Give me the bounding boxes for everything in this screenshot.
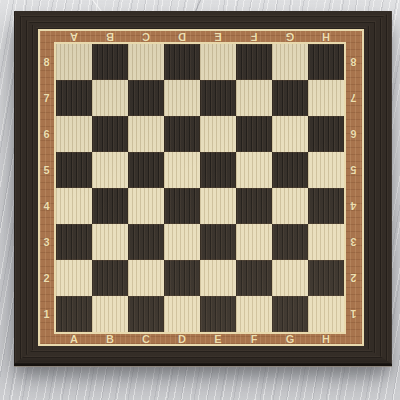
square-e5 bbox=[200, 152, 236, 188]
square-c3 bbox=[128, 224, 164, 260]
rank-label-6: 6 bbox=[345, 116, 362, 152]
square-f3 bbox=[236, 224, 272, 260]
square-g1 bbox=[272, 296, 308, 332]
file-label-g: G bbox=[272, 333, 308, 346]
square-e6 bbox=[200, 116, 236, 152]
file-label-d: D bbox=[164, 333, 200, 346]
square-f7 bbox=[236, 80, 272, 116]
square-b7 bbox=[92, 80, 128, 116]
board-frame-top-rail bbox=[14, 11, 392, 29]
file-label-f: F bbox=[236, 333, 272, 346]
square-b8 bbox=[92, 44, 128, 80]
square-d2 bbox=[164, 260, 200, 296]
square-c1 bbox=[128, 296, 164, 332]
square-f4 bbox=[236, 188, 272, 224]
file-label-g: G bbox=[272, 31, 308, 42]
square-g8 bbox=[272, 44, 308, 80]
square-f8 bbox=[236, 44, 272, 80]
file-label-e: E bbox=[200, 333, 236, 346]
square-h2 bbox=[308, 260, 344, 296]
square-d8 bbox=[164, 44, 200, 80]
file-label-b: B bbox=[92, 31, 128, 42]
square-a4 bbox=[56, 188, 92, 224]
square-g6 bbox=[272, 116, 308, 152]
square-h8 bbox=[308, 44, 344, 80]
square-e8 bbox=[200, 44, 236, 80]
file-label-c: C bbox=[128, 31, 164, 42]
file-labels-top: ABCDEFGH bbox=[56, 31, 344, 42]
rank-label-7: 7 bbox=[345, 80, 362, 116]
square-c7 bbox=[128, 80, 164, 116]
square-g7 bbox=[272, 80, 308, 116]
floor-background: ABCDEFGH ABCDEFGH 87654321 87654321 bbox=[0, 0, 400, 400]
square-c6 bbox=[128, 116, 164, 152]
square-d3 bbox=[164, 224, 200, 260]
play-area bbox=[54, 42, 346, 334]
square-e1 bbox=[200, 296, 236, 332]
rank-label-3: 3 bbox=[345, 224, 362, 260]
square-h3 bbox=[308, 224, 344, 260]
squares-grid bbox=[56, 44, 344, 332]
square-f5 bbox=[236, 152, 272, 188]
square-h7 bbox=[308, 80, 344, 116]
square-a3 bbox=[56, 224, 92, 260]
file-label-e: E bbox=[200, 31, 236, 42]
square-h1 bbox=[308, 296, 344, 332]
rank-label-2: 2 bbox=[39, 260, 54, 296]
file-labels-bottom: ABCDEFGH bbox=[56, 333, 344, 346]
square-a5 bbox=[56, 152, 92, 188]
file-label-a: A bbox=[56, 31, 92, 42]
square-a6 bbox=[56, 116, 92, 152]
square-b5 bbox=[92, 152, 128, 188]
square-d5 bbox=[164, 152, 200, 188]
square-f1 bbox=[236, 296, 272, 332]
square-c2 bbox=[128, 260, 164, 296]
rank-label-3: 3 bbox=[39, 224, 54, 260]
square-g5 bbox=[272, 152, 308, 188]
square-e7 bbox=[200, 80, 236, 116]
rank-label-2: 2 bbox=[345, 260, 362, 296]
file-label-c: C bbox=[128, 333, 164, 346]
square-c5 bbox=[128, 152, 164, 188]
rank-label-8: 8 bbox=[39, 44, 54, 80]
rank-label-8: 8 bbox=[345, 44, 362, 80]
rank-label-1: 1 bbox=[39, 296, 54, 332]
square-b4 bbox=[92, 188, 128, 224]
square-b1 bbox=[92, 296, 128, 332]
square-g4 bbox=[272, 188, 308, 224]
rank-label-4: 4 bbox=[39, 188, 54, 224]
square-d4 bbox=[164, 188, 200, 224]
board-frame-bottom-rail bbox=[14, 346, 392, 364]
square-a1 bbox=[56, 296, 92, 332]
square-c4 bbox=[128, 188, 164, 224]
square-b6 bbox=[92, 116, 128, 152]
square-b2 bbox=[92, 260, 128, 296]
rank-label-4: 4 bbox=[345, 188, 362, 224]
square-f6 bbox=[236, 116, 272, 152]
square-g3 bbox=[272, 224, 308, 260]
file-label-d: D bbox=[164, 31, 200, 42]
file-label-b: B bbox=[92, 333, 128, 346]
rank-labels-left: 87654321 bbox=[39, 44, 54, 332]
square-h5 bbox=[308, 152, 344, 188]
square-h6 bbox=[308, 116, 344, 152]
square-b3 bbox=[92, 224, 128, 260]
square-a7 bbox=[56, 80, 92, 116]
rank-label-7: 7 bbox=[39, 80, 54, 116]
square-e3 bbox=[200, 224, 236, 260]
rank-label-6: 6 bbox=[39, 116, 54, 152]
rank-labels-right: 87654321 bbox=[345, 44, 362, 332]
square-f2 bbox=[236, 260, 272, 296]
square-e4 bbox=[200, 188, 236, 224]
file-label-h: H bbox=[308, 31, 344, 42]
square-d1 bbox=[164, 296, 200, 332]
file-label-a: A bbox=[56, 333, 92, 346]
square-e2 bbox=[200, 260, 236, 296]
square-d6 bbox=[164, 116, 200, 152]
square-a2 bbox=[56, 260, 92, 296]
square-h4 bbox=[308, 188, 344, 224]
square-d7 bbox=[164, 80, 200, 116]
square-c8 bbox=[128, 44, 164, 80]
chess-board: ABCDEFGH ABCDEFGH 87654321 87654321 bbox=[14, 11, 392, 364]
file-label-h: H bbox=[308, 333, 344, 346]
rank-label-1: 1 bbox=[345, 296, 362, 332]
square-g2 bbox=[272, 260, 308, 296]
file-label-f: F bbox=[236, 31, 272, 42]
rank-label-5: 5 bbox=[345, 152, 362, 188]
rank-label-5: 5 bbox=[39, 152, 54, 188]
square-a8 bbox=[56, 44, 92, 80]
